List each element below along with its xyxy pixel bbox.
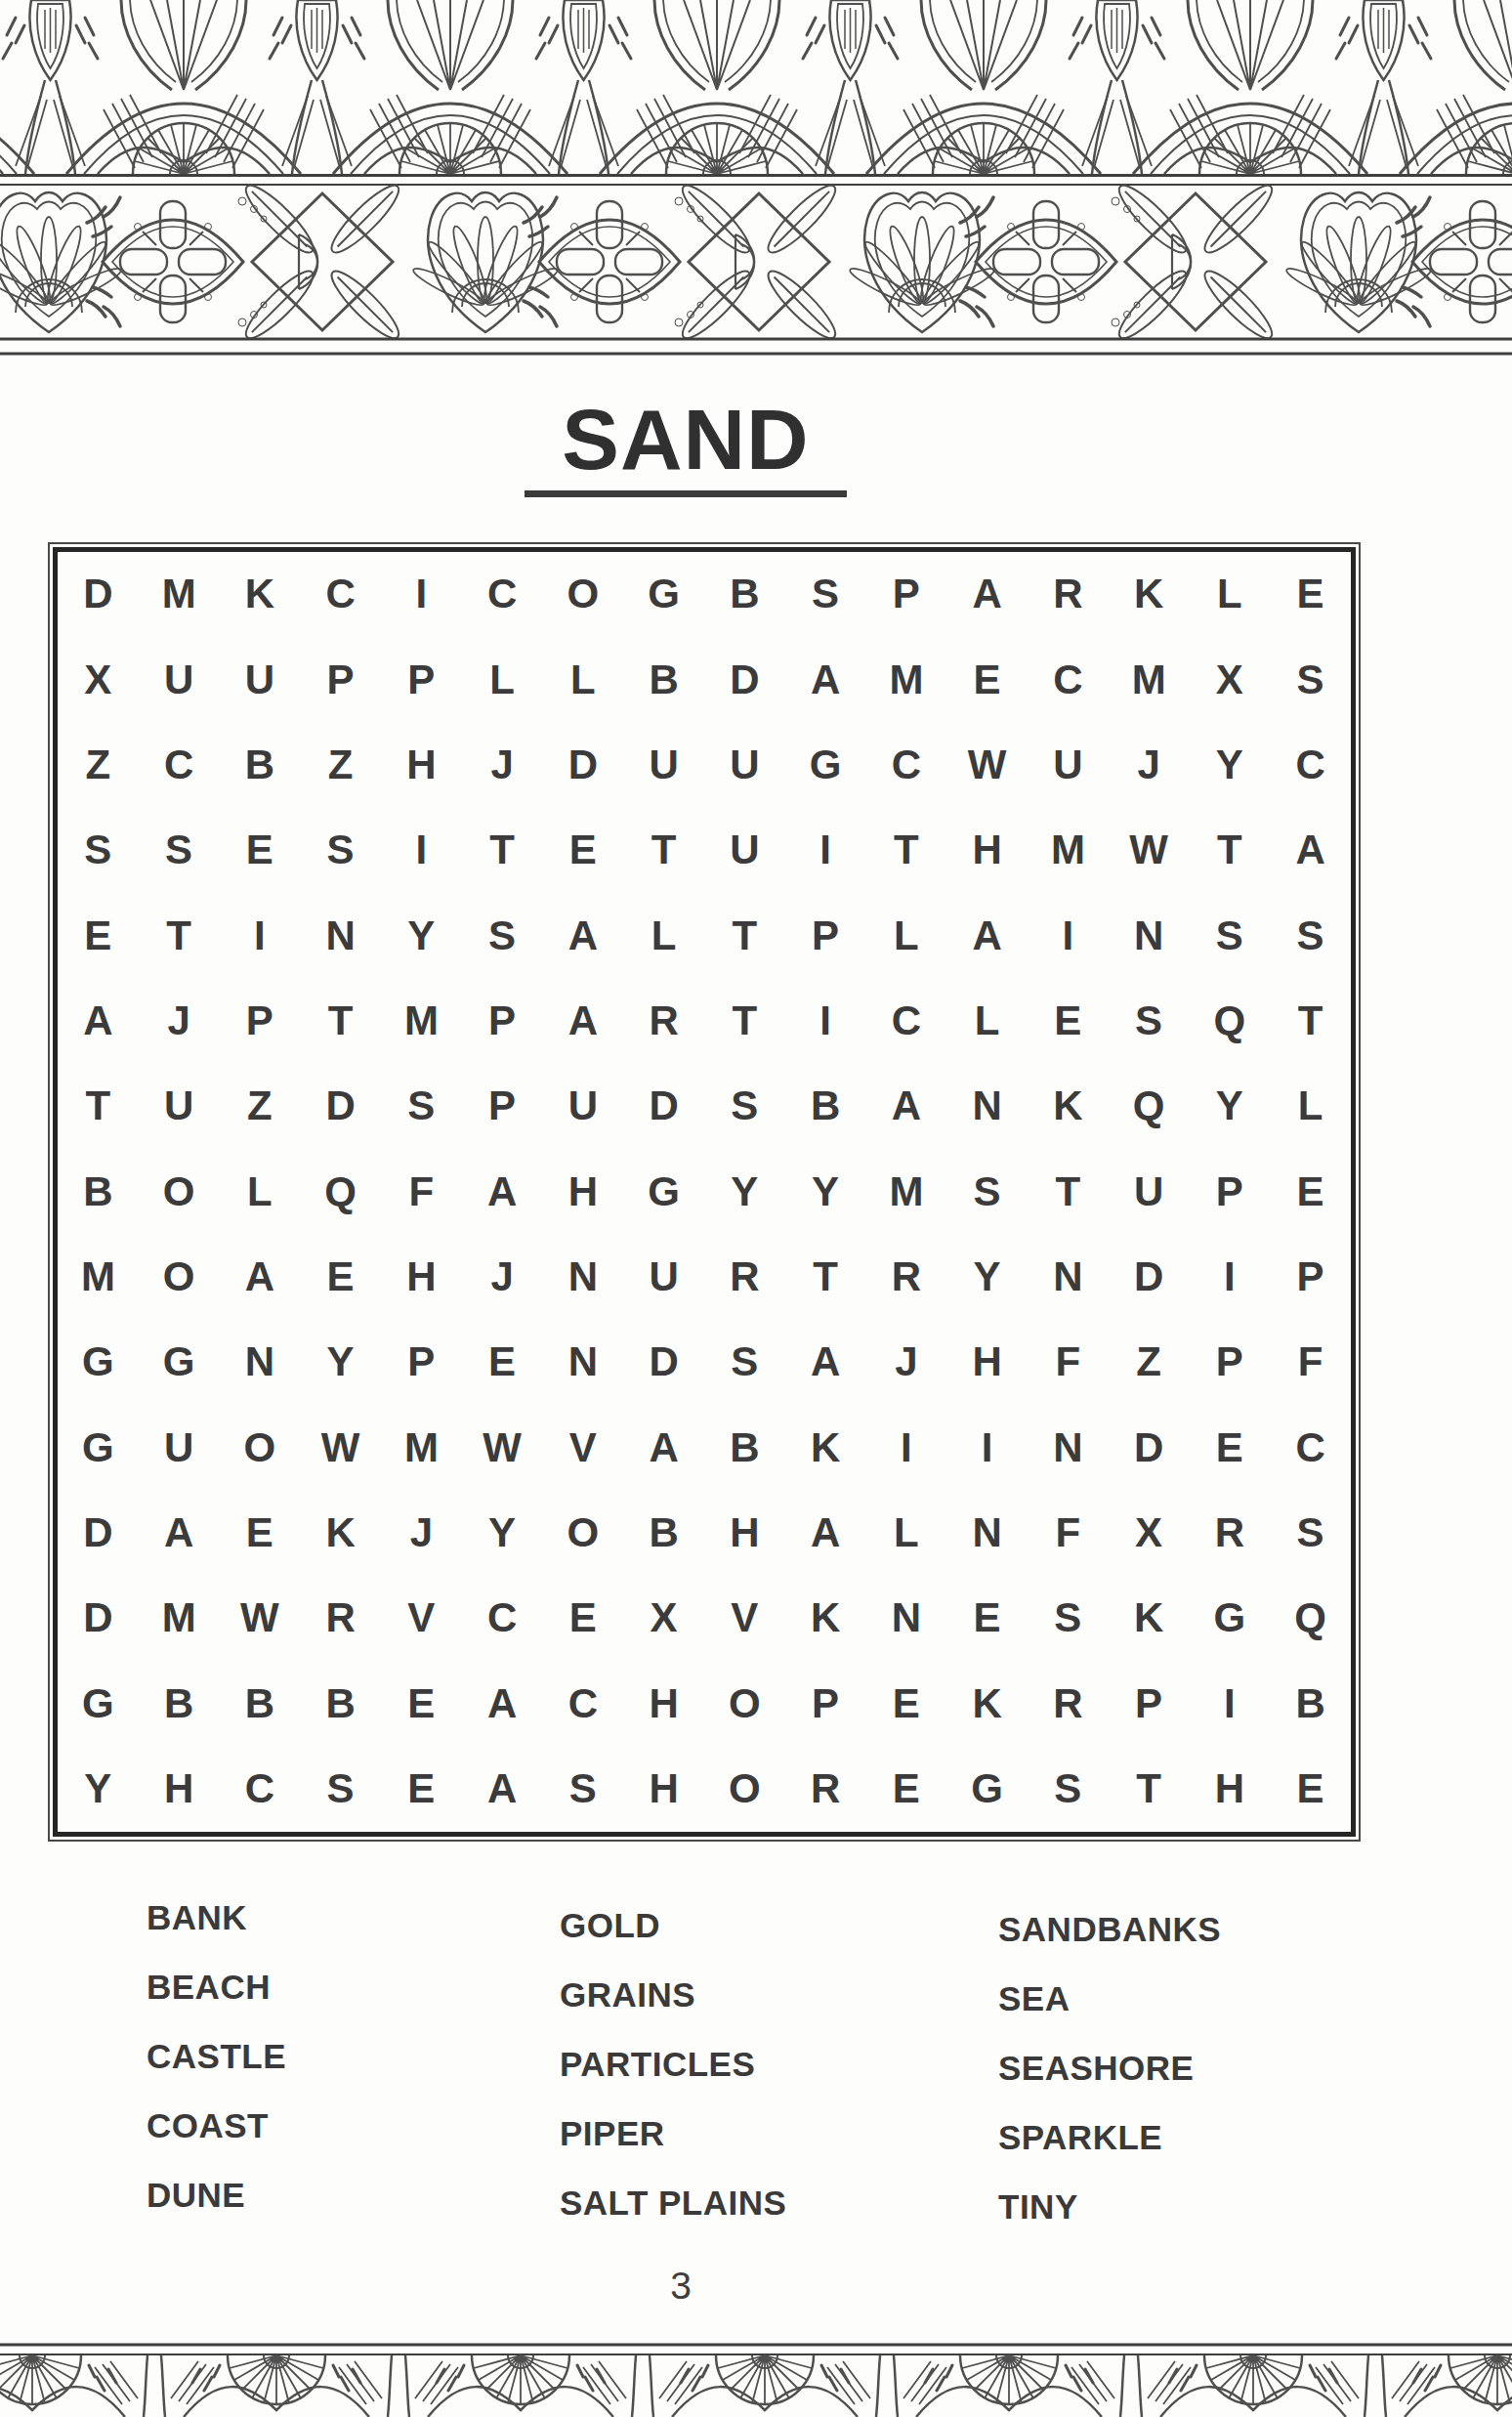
grid-cell: C (139, 722, 220, 807)
grid-cell: C (300, 552, 381, 637)
grid-cell: S (1028, 1746, 1109, 1831)
grid-cell: B (139, 1661, 220, 1746)
grid-cell: U (704, 722, 785, 807)
grid-cell: N (946, 1064, 1028, 1149)
grid-cell: K (1028, 1064, 1109, 1149)
word-item: CASTLE (147, 2039, 469, 2073)
grid-cell: U (139, 637, 220, 722)
grid-cell: H (1190, 1746, 1271, 1831)
grid-cell: A (462, 1149, 543, 1234)
grid-cell: P (220, 978, 301, 1063)
grid-cell: T (58, 1064, 139, 1149)
grid-cell: Z (1109, 1320, 1190, 1405)
grid-cell: S (1190, 893, 1271, 978)
grid-cell: P (1190, 1149, 1271, 1234)
page-number-row: 3 (56, 2265, 1306, 2308)
grid-cell: U (1109, 1149, 1190, 1234)
grid-cell: B (623, 637, 704, 722)
grid-cell: X (1109, 1490, 1190, 1575)
grid-cell: C (1270, 1405, 1351, 1490)
page-title: SAND (525, 399, 846, 497)
grid-cell: E (1270, 552, 1351, 637)
word-item: BANK (147, 1900, 469, 1934)
grid-cell: B (623, 1490, 704, 1575)
medallion-frieze-band (0, 178, 1512, 345)
grid-cell: M (139, 552, 220, 637)
grid-cell: G (946, 1746, 1028, 1831)
grid-cell: T (1028, 1149, 1109, 1234)
grid-cell: J (462, 722, 543, 807)
grid-cell: I (946, 1405, 1028, 1490)
grid-cell: P (300, 637, 381, 722)
grid-cell: S (1028, 1576, 1109, 1661)
grid-cell: T (1109, 1746, 1190, 1831)
grid-cell: A (866, 1064, 947, 1149)
grid-cell: V (543, 1405, 624, 1490)
grid-cell: N (543, 1234, 624, 1319)
page-number: 3 (670, 2265, 692, 2307)
grid-cell: U (543, 1064, 624, 1149)
grid-cell: M (58, 1234, 139, 1319)
grid-cell: E (220, 1490, 301, 1575)
grid-cell: S (462, 893, 543, 978)
grid-cell: D (704, 637, 785, 722)
grid-cell: I (381, 808, 462, 893)
grid-cell: N (946, 1490, 1028, 1575)
grid-cell: I (866, 1405, 947, 1490)
grid-cell: D (58, 552, 139, 637)
grid-cell: Y (1190, 1064, 1271, 1149)
grid-cell: S (300, 1746, 381, 1831)
grid-cell: G (623, 1149, 704, 1234)
grid-cell: D (623, 1064, 704, 1149)
grid-cell: J (1109, 722, 1190, 807)
grid-cell: Y (381, 893, 462, 978)
word-item: SPARKLE (998, 2120, 1221, 2154)
grid-cell: E (1270, 1149, 1351, 1234)
grid-cell: I (785, 978, 866, 1063)
grid-cell: E (300, 1234, 381, 1319)
grid-cell: P (462, 978, 543, 1063)
grid-cell: S (785, 552, 866, 637)
grid-cell: G (785, 722, 866, 807)
grid-cell: E (866, 1661, 947, 1746)
grid-cell: L (866, 893, 947, 978)
grid-cell: G (623, 552, 704, 637)
bottom-border-lines (0, 2345, 1512, 2354)
grid-cell: O (543, 552, 624, 637)
grid-cell: Y (58, 1746, 139, 1831)
grid-cell: A (139, 1490, 220, 1575)
grid-cell: X (58, 637, 139, 722)
grid-cell: A (220, 1234, 301, 1319)
grid-cell: N (220, 1320, 301, 1405)
grid-cell: O (139, 1149, 220, 1234)
grid-cell: Q (1109, 1064, 1190, 1149)
grid-cell: E (1028, 978, 1109, 1063)
grid-cell: P (785, 1661, 866, 1746)
grid-cell: K (946, 1661, 1028, 1746)
grid-cell: T (139, 893, 220, 978)
grid-cell: J (866, 1320, 947, 1405)
grid-cell: P (866, 552, 947, 637)
grid-cell: F (1028, 1320, 1109, 1405)
grid-cell: Y (300, 1320, 381, 1405)
grid-cell: E (58, 893, 139, 978)
grid-cell: H (381, 1234, 462, 1319)
grid-cell: B (220, 1661, 301, 1746)
grid-cell: I (1190, 1234, 1271, 1319)
grid-cell: H (623, 1661, 704, 1746)
grid-cell: D (58, 1490, 139, 1575)
grid-cell: N (866, 1576, 947, 1661)
grid-cell: C (866, 722, 947, 807)
grid-cell: I (1028, 893, 1109, 978)
grid-cell: J (139, 978, 220, 1063)
grid-cell: X (1190, 637, 1271, 722)
grid-cell: E (220, 808, 301, 893)
grid-cell: I (220, 893, 301, 978)
grid-cell: I (1190, 1661, 1271, 1746)
grid-cell: V (704, 1576, 785, 1661)
grid-cell: L (543, 637, 624, 722)
grid-cell: M (866, 1149, 947, 1234)
grid-cell: N (300, 893, 381, 978)
grid-cell: S (381, 1064, 462, 1149)
grid-cell: T (785, 1234, 866, 1319)
grid-cell: P (462, 1064, 543, 1149)
grid-cell: P (381, 1320, 462, 1405)
word-item: GOLD (560, 1908, 882, 1942)
grid-cell: H (946, 808, 1028, 893)
grid-cell: R (1028, 552, 1109, 637)
grid-cell: S (1109, 978, 1190, 1063)
grid-cell: E (462, 1320, 543, 1405)
grid-cell: R (1190, 1490, 1271, 1575)
lotus-frieze-band (0, 0, 1512, 174)
word-item: TINY (998, 2189, 1221, 2224)
grid-cell: O (220, 1405, 301, 1490)
puzzle-grid-box: DMKCICOGBSPARKLEXUUPPLLBDAMECMXSZCBZHJDU… (48, 542, 1361, 1842)
grid-cell: U (139, 1405, 220, 1490)
grid-cell: U (704, 808, 785, 893)
grid-cell: N (543, 1320, 624, 1405)
grid-cell: S (1270, 637, 1351, 722)
word-item: SANDBANKS (998, 1912, 1221, 1946)
frieze-bottom-lines (0, 339, 1512, 354)
grid-cell: E (543, 808, 624, 893)
grid-cell: F (1028, 1490, 1109, 1575)
grid-cell: T (1270, 978, 1351, 1063)
grid-cell: Z (58, 722, 139, 807)
grid-cell: L (220, 1149, 301, 1234)
grid-cell: D (543, 722, 624, 807)
grid-cell: G (1190, 1576, 1271, 1661)
grid-cell: C (543, 1661, 624, 1746)
grid-cell: A (785, 1320, 866, 1405)
grid-cell: D (300, 1064, 381, 1149)
grid-cell: S (1270, 1490, 1351, 1575)
grid-cell: S (300, 808, 381, 893)
grid-cell: H (381, 722, 462, 807)
grid-cell: Y (946, 1234, 1028, 1319)
grid-cell: H (139, 1746, 220, 1831)
grid-cell: J (462, 1234, 543, 1319)
grid-cell: J (381, 1490, 462, 1575)
word-item: PARTICLES (560, 2047, 882, 2081)
grid-cell: C (462, 1576, 543, 1661)
grid-cell: S (704, 1320, 785, 1405)
grid-cell: T (462, 808, 543, 893)
grid-cell: Z (300, 722, 381, 807)
grid-cell: O (139, 1234, 220, 1319)
grid-cell: F (1270, 1320, 1351, 1405)
grid-cell: T (623, 808, 704, 893)
grid-cell: W (462, 1405, 543, 1490)
grid-cell: R (866, 1234, 947, 1319)
grid-cell: T (1190, 808, 1271, 893)
grid-cell: D (58, 1576, 139, 1661)
grid-cell: R (704, 1234, 785, 1319)
grid-cell: L (946, 978, 1028, 1063)
word-column: GOLDGRAINSPARTICLESPIPERSALT PLAINS (560, 1900, 882, 2259)
grid-cell: K (785, 1405, 866, 1490)
grid-cell: I (785, 808, 866, 893)
grid-cell: S (543, 1746, 624, 1831)
grid-cell: M (1109, 637, 1190, 722)
grid-cell: S (946, 1149, 1028, 1234)
word-item: PIPER (560, 2116, 882, 2150)
grid-cell: E (866, 1746, 947, 1831)
grid-cell: K (220, 552, 301, 637)
grid-cell: E (946, 637, 1028, 722)
grid-cell: G (139, 1320, 220, 1405)
grid-cell: A (785, 1490, 866, 1575)
grid-cell: M (381, 1405, 462, 1490)
grid-cell: K (1109, 1576, 1190, 1661)
grid-cell: L (866, 1490, 947, 1575)
grid-cell: E (381, 1746, 462, 1831)
grid-cell: A (58, 978, 139, 1063)
grid-cell: R (785, 1746, 866, 1831)
grid-cell: E (543, 1576, 624, 1661)
bottom-ornament-border (0, 2340, 1512, 2417)
grid-cell: L (1190, 552, 1271, 637)
grid-cell: O (543, 1490, 624, 1575)
word-item: BEACH (147, 1970, 469, 2004)
grid-cell: H (946, 1320, 1028, 1405)
clipped-lotus-frieze (0, 2355, 1512, 2417)
grid-cell: C (1270, 722, 1351, 807)
word-item: DUNE (147, 2178, 469, 2212)
grid-cell: I (381, 552, 462, 637)
grid-cell: L (1270, 1064, 1351, 1149)
grid-cell: E (1270, 1746, 1351, 1831)
grid-cell: E (1190, 1405, 1271, 1490)
grid-cell: Y (785, 1149, 866, 1234)
title-row: SAND (56, 399, 1316, 497)
grid-cell: A (462, 1746, 543, 1831)
grid-cell: O (704, 1661, 785, 1746)
grid-cell: E (946, 1576, 1028, 1661)
grid-cell: S (704, 1064, 785, 1149)
grid-cell: V (381, 1576, 462, 1661)
grid-cell: T (704, 978, 785, 1063)
grid-cell: W (300, 1405, 381, 1490)
grid-cell: R (623, 978, 704, 1063)
word-column: SANDBANKSSEASEASHORESPARKLETINY (998, 1900, 1221, 2259)
grid-cell: B (1270, 1661, 1351, 1746)
grid-cell: T (866, 808, 947, 893)
grid-cell: K (1109, 552, 1190, 637)
grid-cell: C (220, 1746, 301, 1831)
grid-cell: B (300, 1661, 381, 1746)
grid-cell: S (139, 808, 220, 893)
grid-cell: T (704, 893, 785, 978)
grid-cell: W (220, 1576, 301, 1661)
grid-cell: O (704, 1746, 785, 1831)
grid-cell: P (785, 893, 866, 978)
grid-cell: A (1270, 808, 1351, 893)
frieze-divider-lines (0, 176, 1512, 186)
grid-cell: M (381, 978, 462, 1063)
grid-cell: Q (1190, 978, 1271, 1063)
grid-cell: C (1028, 637, 1109, 722)
grid-cell: D (1109, 1405, 1190, 1490)
grid-cell: N (1028, 1234, 1109, 1319)
grid-cell: Q (300, 1149, 381, 1234)
grid-cell: R (300, 1576, 381, 1661)
grid-cell: Y (462, 1490, 543, 1575)
grid-cell: Z (220, 1064, 301, 1149)
word-item: SALT PLAINS (560, 2185, 882, 2220)
grid-cell: A (785, 637, 866, 722)
grid-cell: E (381, 1661, 462, 1746)
grid-cell: C (866, 978, 947, 1063)
top-ornament-border (0, 0, 1512, 358)
grid-cell: T (300, 978, 381, 1063)
grid-cell: S (58, 808, 139, 893)
grid-cell: U (623, 722, 704, 807)
grid-cell: U (623, 1234, 704, 1319)
grid-cell: D (623, 1320, 704, 1405)
grid-cell: B (704, 1405, 785, 1490)
grid-cell: Q (1270, 1576, 1351, 1661)
grid-cell: A (623, 1405, 704, 1490)
grid-cell: H (623, 1746, 704, 1831)
grid-cell: M (866, 637, 947, 722)
grid-cell: A (543, 893, 624, 978)
grid-cell: F (381, 1149, 462, 1234)
grid-cell: H (543, 1149, 624, 1234)
grid-cell: K (785, 1576, 866, 1661)
grid-cell: B (785, 1064, 866, 1149)
grid-cell: C (462, 552, 543, 637)
grid-cell: A (946, 552, 1028, 637)
word-item: SEASHORE (998, 2051, 1221, 2085)
grid-cell: S (1270, 893, 1351, 978)
grid-cell: U (1028, 722, 1109, 807)
grid-cell: P (1190, 1320, 1271, 1405)
grid-cell: M (139, 1576, 220, 1661)
word-item: COAST (147, 2108, 469, 2142)
grid-cell: M (1028, 808, 1109, 893)
word-column: BANKBEACHCASTLECOASTDUNE (147, 1900, 469, 2259)
grid-cell: P (381, 637, 462, 722)
grid-cell: X (623, 1576, 704, 1661)
grid-cell: W (1109, 808, 1190, 893)
grid-cell: D (1109, 1234, 1190, 1319)
puzzle-grid-inner-border: DMKCICOGBSPARKLEXUUPPLLBDAMECMXSZCBZHJDU… (53, 547, 1356, 1837)
word-list: BANKBEACHCASTLECOASTDUNE GOLDGRAINSPARTI… (56, 1900, 1512, 2259)
grid-cell: Y (1190, 722, 1271, 807)
grid-cell: N (1028, 1405, 1109, 1490)
grid-cell: B (220, 722, 301, 807)
grid-cell: N (1109, 893, 1190, 978)
grid-cell: U (139, 1064, 220, 1149)
grid-cell: B (58, 1149, 139, 1234)
grid-cell: Y (704, 1149, 785, 1234)
grid-cell: G (58, 1661, 139, 1746)
grid-cell: U (220, 637, 301, 722)
grid-cell: A (946, 893, 1028, 978)
word-item: SEA (998, 1981, 1221, 2015)
letter-grid: DMKCICOGBSPARKLEXUUPPLLBDAMECMXSZCBZHJDU… (58, 552, 1351, 1832)
grid-cell: A (543, 978, 624, 1063)
grid-cell: H (704, 1490, 785, 1575)
grid-cell: G (58, 1320, 139, 1405)
grid-cell: A (462, 1661, 543, 1746)
grid-cell: G (58, 1405, 139, 1490)
grid-cell: P (1270, 1234, 1351, 1319)
grid-cell: K (300, 1490, 381, 1575)
grid-cell: L (623, 893, 704, 978)
grid-cell: L (462, 637, 543, 722)
grid-cell: R (1028, 1661, 1109, 1746)
grid-cell: W (946, 722, 1028, 807)
grid-cell: B (704, 552, 785, 637)
word-item: GRAINS (560, 1977, 882, 2012)
grid-cell: P (1109, 1661, 1190, 1746)
